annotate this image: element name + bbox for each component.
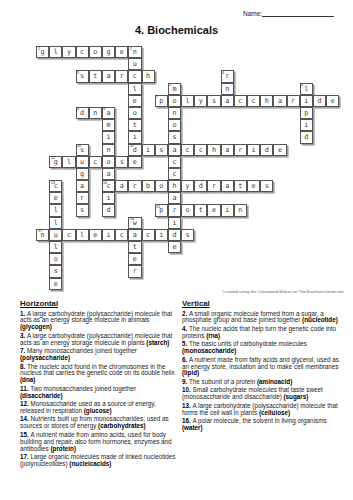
- grid-cell-r13c10[interactable]: r: [168, 204, 181, 216]
- cell-letter: e: [50, 279, 61, 289]
- grid-cell-r15c8[interactable]: c: [142, 229, 155, 241]
- grid-cell-r4c21[interactable]: d: [313, 95, 326, 107]
- name-blank-line[interactable]: [262, 9, 334, 17]
- cell-letter: c: [195, 145, 206, 155]
- grid-cell-r2c3[interactable]: 3s: [76, 70, 89, 82]
- grid-cell-r11c9[interactable]: o: [155, 180, 168, 192]
- horizontal-header: Horizontal: [20, 300, 177, 309]
- grid-cell-r15c2[interactable]: c: [62, 229, 75, 241]
- grid-cell-r11c13[interactable]: r: [207, 180, 220, 192]
- grid-cell-r6c5[interactable]: m: [102, 119, 115, 131]
- grid-cell-r7c10[interactable]: s: [168, 131, 181, 143]
- grid-cell-r13c1[interactable]: l: [49, 204, 62, 216]
- grid-cell-r5c7[interactable]: o: [128, 107, 141, 119]
- cell-letter: i: [129, 132, 140, 142]
- cell-letter: o: [103, 157, 114, 167]
- cell-letter: e: [129, 157, 140, 167]
- grid-cell-r7c7[interactable]: i: [128, 131, 141, 143]
- grid-cell-r18c1[interactable]: s: [49, 265, 62, 277]
- cell-letter: e: [274, 145, 285, 155]
- cell-letter: p: [301, 108, 312, 118]
- cell-letter: g: [77, 169, 88, 179]
- grid-cell-r9c3[interactable]: u: [76, 156, 89, 168]
- grid-cell-r8c18[interactable]: e: [273, 144, 286, 156]
- cell-letter: y: [195, 96, 206, 106]
- grid-cell-r1c7[interactable]: u: [128, 58, 141, 70]
- grid-cell-r0c7[interactable]: 2n: [128, 46, 141, 58]
- grid-cell-r2c7[interactable]: c: [128, 70, 141, 82]
- grid-cell-r15c10[interactable]: d: [168, 229, 181, 241]
- clue-8: 8. The nucleic acid found in the chromos…: [20, 364, 177, 385]
- grid-cell-r11c3[interactable]: a: [76, 180, 89, 192]
- grid-cell-r8c8[interactable]: i: [142, 144, 155, 156]
- cell-letter: l: [50, 205, 61, 215]
- grid-cell-r12c5[interactable]: i: [102, 192, 115, 204]
- grid-cell-r0c2[interactable]: y: [62, 46, 75, 58]
- vertical-header: Vertical: [182, 300, 345, 309]
- vertical-clues: Vertical 2. A small organic molecule for…: [182, 300, 345, 469]
- cell-letter: a: [169, 193, 180, 203]
- grid-cell-r5c10[interactable]: n: [168, 107, 181, 119]
- cell-letter: i: [301, 120, 312, 130]
- cell-letter: c: [182, 145, 193, 155]
- clue-lists: Horizontal 1. A large carbohydrate (poly…: [20, 300, 345, 469]
- cell-letter: u: [129, 59, 140, 69]
- grid-cell-r9c1[interactable]: 12g: [49, 156, 62, 168]
- cell-letter: d: [77, 108, 88, 118]
- cell-letter: e: [90, 230, 101, 240]
- cell-letter: u: [50, 230, 61, 240]
- cell-letter: d: [169, 230, 180, 240]
- grid-cell-r13c3[interactable]: s: [76, 204, 89, 216]
- cell-letter: o: [90, 47, 101, 57]
- grid-cell-r8c9[interactable]: s: [155, 144, 168, 156]
- cell-letter: s: [77, 71, 88, 81]
- grid-cell-r3c7[interactable]: l: [128, 83, 141, 95]
- grid-cell-r9c6[interactable]: s: [115, 156, 128, 168]
- grid-cell-r19c1[interactable]: e: [49, 278, 62, 290]
- clue-14: 14. Nutrients built up from monosacchari…: [20, 416, 177, 430]
- grid-cell-r5c3[interactable]: 8d: [76, 107, 89, 119]
- cell-letter: y: [63, 47, 74, 57]
- cell-letter: y: [182, 181, 193, 191]
- cell-letter: l: [63, 157, 74, 167]
- cell-letter: a: [129, 230, 140, 240]
- clue-15: 15. A nutrient made from amino acids, us…: [20, 432, 177, 453]
- grid-cell-r3c20[interactable]: 6l: [300, 83, 313, 95]
- cell-letter: r: [208, 181, 219, 191]
- grid-cell-r4c7[interactable]: e: [128, 95, 141, 107]
- cell-letter: p: [156, 205, 167, 215]
- cell-letter: a: [103, 169, 114, 179]
- grid-cell-r5c20[interactable]: p: [300, 107, 313, 119]
- grid-cell-r8c10[interactable]: a: [168, 144, 181, 156]
- cell-letter: i: [143, 145, 154, 155]
- cell-letter: c: [129, 71, 140, 81]
- grid-cell-r9c5[interactable]: o: [102, 156, 115, 168]
- cell-letter: g: [50, 157, 61, 167]
- grid-cell-r13c12[interactable]: t: [194, 204, 207, 216]
- cell-letter: s: [208, 96, 219, 106]
- grid-cell-r2c5[interactable]: a: [102, 70, 115, 82]
- cell-letter: r: [116, 71, 127, 81]
- cell-letter: t: [129, 120, 140, 130]
- cell-letter: l: [50, 242, 61, 252]
- cell-letter: t: [90, 71, 101, 81]
- grid-cell-r8c16[interactable]: i: [247, 144, 260, 156]
- grid-cell-r9c4[interactable]: c: [89, 156, 102, 168]
- grid-cell-r11c6[interactable]: a: [115, 180, 128, 192]
- clue-10: 10. Small carbohydrate molecules that ta…: [182, 387, 345, 401]
- grid-cell-r11c1[interactable]: 13c: [49, 180, 62, 192]
- cell-letter: i: [156, 230, 167, 240]
- grid-cell-r4c12[interactable]: y: [194, 95, 207, 107]
- cell-letter: d: [301, 132, 312, 142]
- grid-cell-r0c1[interactable]: l: [49, 46, 62, 58]
- cell-letter: i: [248, 145, 259, 155]
- cell-letter: m: [103, 120, 114, 130]
- grid-cell-r15c9[interactable]: i: [155, 229, 168, 241]
- cell-letter: l: [182, 96, 193, 106]
- cell-letter: p: [156, 96, 167, 106]
- grid-cell-r3c14[interactable]: n: [221, 83, 234, 95]
- grid-cell-r11c16[interactable]: e: [247, 180, 260, 192]
- grid-cell-r0c6[interactable]: e: [115, 46, 128, 58]
- cell-letter: s: [261, 181, 272, 191]
- clue-16: 16. A polar molecule, the solvent in liv…: [182, 418, 345, 432]
- cell-letter: s: [116, 157, 127, 167]
- cell-letter: e: [208, 205, 219, 215]
- cell-letter: l: [301, 84, 312, 94]
- grid-cell-r13c13[interactable]: e: [207, 204, 220, 216]
- grid-cell-r8c3[interactable]: 10s: [76, 144, 89, 156]
- grid-cell-r2c6[interactable]: r: [115, 70, 128, 82]
- cell-letter: h: [169, 181, 180, 191]
- cell-letter: i: [169, 218, 180, 228]
- cell-letter: o: [50, 254, 61, 264]
- cell-letter: c: [77, 47, 88, 57]
- cell-letter: s: [77, 205, 88, 215]
- grid-cell-r11c10[interactable]: h: [168, 180, 181, 192]
- grid-cell-r4c9[interactable]: 7p: [155, 95, 168, 107]
- grid-cell-r2c14[interactable]: 4r: [221, 70, 234, 82]
- cell-letter: o: [169, 96, 180, 106]
- grid-cell-r10c10[interactable]: c: [168, 168, 181, 180]
- grid-cell-r18c7[interactable]: r: [128, 265, 141, 277]
- grid-cell-r15c6[interactable]: c: [115, 229, 128, 241]
- cell-letter: o: [169, 120, 180, 130]
- cell-letter: u: [77, 157, 88, 167]
- cell-letter: e: [248, 181, 259, 191]
- grid-cell-r3c10[interactable]: 5m: [168, 83, 181, 95]
- cell-letter: c: [90, 157, 101, 167]
- cell-letter: d: [261, 145, 272, 155]
- cell-letter: c: [103, 181, 114, 191]
- grid-cell-r0c3[interactable]: c: [76, 46, 89, 58]
- clue-17: 17. Large organic molecules made of link…: [20, 454, 177, 468]
- cell-letter: r: [222, 71, 233, 81]
- cell-letter: c: [116, 230, 127, 240]
- cell-letter: i: [301, 96, 312, 106]
- grid-cell-r9c2[interactable]: l: [62, 156, 75, 168]
- cell-letter: s: [182, 230, 193, 240]
- grid-cell-r0c0[interactable]: 1g: [36, 46, 49, 58]
- grid-cell-r5c4[interactable]: n: [89, 107, 102, 119]
- cell-letter: n: [129, 47, 140, 57]
- grid-cell-r11c11[interactable]: y: [181, 180, 194, 192]
- grid-cell-r13c15[interactable]: n: [234, 204, 247, 216]
- grid-cell-r15c1[interactable]: u: [49, 229, 62, 241]
- grid-cell-r4c15[interactable]: c: [234, 95, 247, 107]
- clue-11: 11. Two monosaccharides joined together …: [20, 386, 177, 400]
- grid-cell-r15c3[interactable]: l: [76, 229, 89, 241]
- cell-letter: n: [222, 84, 233, 94]
- cell-letter: d: [103, 205, 114, 215]
- cell-letter: l: [50, 47, 61, 57]
- cell-letter: i: [103, 132, 114, 142]
- grid-cell-r2c4[interactable]: t: [89, 70, 102, 82]
- cell-letter: h: [208, 145, 219, 155]
- cell-letter: n: [103, 145, 114, 155]
- clue-6: 6. A nutrient made from fatty acids and …: [182, 357, 345, 378]
- cell-letter: s: [169, 132, 180, 142]
- cell-letter: o: [129, 108, 140, 118]
- grid-cell-r10c3[interactable]: g: [76, 168, 89, 180]
- grid-cell-r8c12[interactable]: c: [194, 144, 207, 156]
- grid-cell-r8c14[interactable]: a: [221, 144, 234, 156]
- grid-cell-r6c7[interactable]: t: [128, 119, 141, 131]
- cell-letter: n: [37, 230, 48, 240]
- cell-letter: c: [235, 96, 246, 106]
- cell-letter: r: [288, 96, 299, 106]
- cell-letter: n: [169, 108, 180, 118]
- cell-letter: t: [235, 181, 246, 191]
- cell-letter: d: [314, 96, 325, 106]
- cell-letter: d: [195, 181, 206, 191]
- cell-letter: a: [103, 108, 114, 118]
- credit-line: Created using the Crossword Maker on The…: [223, 289, 344, 293]
- cell-letter: e: [169, 242, 180, 252]
- cell-letter: a: [169, 145, 180, 155]
- name-label: Name:: [243, 10, 262, 17]
- cell-letter: e: [129, 96, 140, 106]
- vertical-clue-list: 2. A small organic molecule formed from …: [182, 311, 345, 432]
- cell-letter: d: [129, 145, 140, 155]
- cell-letter: e: [50, 193, 61, 203]
- grid-cell-r12c3[interactable]: r: [76, 192, 89, 204]
- grid-cell-r16c7[interactable]: t: [128, 241, 141, 253]
- grid-cell-r4c13[interactable]: s: [207, 95, 220, 107]
- cell-letter: e: [116, 47, 127, 57]
- grid-cell-r8c13[interactable]: h: [207, 144, 220, 156]
- cell-letter: r: [77, 193, 88, 203]
- cell-letter: c: [143, 230, 154, 240]
- clue-2: 2. A small organic molecule formed from …: [182, 311, 345, 325]
- cell-letter: s: [77, 145, 88, 155]
- cell-letter: a: [222, 145, 233, 155]
- cell-letter: a: [222, 181, 233, 191]
- grid-cell-r8c15[interactable]: r: [234, 144, 247, 156]
- grid-cell-r4c11[interactable]: l: [181, 95, 194, 107]
- grid-cell-r4c19[interactable]: r: [287, 95, 300, 107]
- grid-cell-r9c7[interactable]: e: [128, 156, 141, 168]
- grid-cell-r7c5[interactable]: i: [102, 131, 115, 143]
- grid-cell-r13c14[interactable]: i: [221, 204, 234, 216]
- clue-4: 4. The nucleic acids that help turn the …: [182, 326, 345, 340]
- cell-letter: a: [222, 96, 233, 106]
- cell-letter: g: [103, 47, 114, 57]
- cell-letter: m: [169, 84, 180, 94]
- cell-letter: c: [63, 230, 74, 240]
- cell-letter: n: [235, 205, 246, 215]
- cell-letter: c: [50, 181, 61, 191]
- grid-cell-r16c1[interactable]: l: [49, 241, 62, 253]
- grid-cell-r9c10[interactable]: c: [168, 156, 181, 168]
- cell-letter: n: [90, 108, 101, 118]
- grid-cell-r12c10[interactable]: a: [168, 192, 181, 204]
- grid-cell-r15c4[interactable]: e: [89, 229, 102, 241]
- cell-letter: o: [156, 181, 167, 191]
- clue-12: 12. Monosaccharide used as a source of e…: [20, 401, 177, 415]
- cell-letter: s: [50, 266, 61, 276]
- cell-letter: a: [274, 96, 285, 106]
- grid-cell-r11c15[interactable]: t: [234, 180, 247, 192]
- cell-letter: i: [222, 205, 233, 215]
- grid-cell-r0c5[interactable]: g: [102, 46, 115, 58]
- cell-letter: e: [129, 254, 140, 264]
- grid-cell-r15c0[interactable]: 17n: [36, 229, 49, 241]
- crossword-grid: 1glycoge2nu3starch4rl5mn6le7polysacchari…: [36, 46, 339, 290]
- grid-cell-r4c17[interactable]: h: [260, 95, 273, 107]
- clue-3: 3. A large carbohydrate (polysaccharide)…: [20, 333, 177, 347]
- cell-letter: t: [195, 205, 206, 215]
- grid-cell-r11c14[interactable]: a: [221, 180, 234, 192]
- grid-cell-r15c11[interactable]: s: [181, 229, 194, 241]
- cell-letter: a: [103, 71, 114, 81]
- cell-letter: h: [261, 96, 272, 106]
- grid-cell-r0c4[interactable]: o: [89, 46, 102, 58]
- grid-cell-r13c9[interactable]: 15p: [155, 204, 168, 216]
- grid-cell-r7c20[interactable]: d: [300, 131, 313, 143]
- cell-letter: g: [37, 47, 48, 57]
- cell-letter: a: [77, 181, 88, 191]
- grid-cell-r4c22[interactable]: e: [326, 95, 339, 107]
- grid-cell-r14c10[interactable]: i: [168, 217, 181, 229]
- worksheet-page: Name: 4. Biochemicals 1glycoge2nu3starch…: [0, 0, 353, 500]
- grid-cell-r8c5[interactable]: n: [102, 144, 115, 156]
- cell-letter: b: [143, 181, 154, 191]
- clue-5: 5. The basic units of carbohydrate molec…: [182, 341, 345, 355]
- page-title: 4. Biochemicals: [0, 24, 353, 36]
- cell-letter: l: [77, 230, 88, 240]
- grid-cell-r8c7[interactable]: 11d: [128, 144, 141, 156]
- grid-cell-r14c1[interactable]: l: [49, 217, 62, 229]
- grid-cell-r10c5[interactable]: a: [102, 168, 115, 180]
- grid-cell-r17c1[interactable]: o: [49, 253, 62, 265]
- grid-cell-r11c12[interactable]: d: [194, 180, 207, 192]
- grid-cell-r15c7[interactable]: a: [128, 229, 141, 241]
- grid-cell-r5c5[interactable]: 9a: [102, 107, 115, 119]
- clue-1: 1. A large carbohydrate (polysaccharide)…: [20, 311, 177, 332]
- grid-cell-r16c10[interactable]: e: [168, 241, 181, 253]
- cell-letter: w: [129, 218, 140, 228]
- cell-letter: r: [129, 181, 140, 191]
- clue-13: 13. A large carbohydrate (polysaccharide…: [182, 403, 345, 417]
- grid-cell-r6c10[interactable]: o: [168, 119, 181, 131]
- cell-letter: t: [129, 242, 140, 252]
- cell-letter: s: [156, 145, 167, 155]
- grid-cell-r2c8[interactable]: h: [142, 70, 155, 82]
- grid-cell-r4c18[interactable]: a: [273, 95, 286, 107]
- cell-letter: c: [248, 96, 259, 106]
- grid-cell-r4c20[interactable]: i: [300, 95, 313, 107]
- horizontal-clues: Horizontal 1. A large carbohydrate (poly…: [20, 300, 177, 469]
- cell-letter: i: [103, 193, 114, 203]
- grid-cell-r17c7[interactable]: e: [128, 253, 141, 265]
- cell-letter: c: [169, 169, 180, 179]
- grid-cell-r15c5[interactable]: i: [102, 229, 115, 241]
- grid-cell-r14c7[interactable]: 16w: [128, 217, 141, 229]
- cell-letter: i: [103, 230, 114, 240]
- grid-cell-r13c11[interactable]: o: [181, 204, 194, 216]
- name-field: Name:: [243, 9, 334, 17]
- grid-cell-r13c5[interactable]: d: [102, 204, 115, 216]
- cell-letter: l: [50, 218, 61, 228]
- grid-cell-r8c11[interactable]: c: [181, 144, 194, 156]
- grid-cell-r8c17[interactable]: d: [260, 144, 273, 156]
- cell-letter: r: [129, 266, 140, 276]
- clue-7: 7. Many monosaccharides joined together …: [20, 348, 177, 362]
- grid-cell-r4c16[interactable]: c: [247, 95, 260, 107]
- grid-cell-r6c20[interactable]: i: [300, 119, 313, 131]
- grid-cell-r12c1[interactable]: e: [49, 192, 62, 204]
- cell-letter: r: [235, 145, 246, 155]
- grid-cell-r11c17[interactable]: s: [260, 180, 273, 192]
- grid-cell-r11c7[interactable]: r: [128, 180, 141, 192]
- clue-9: 9. The subunit of a protein (aminoacid): [182, 379, 345, 386]
- cell-letter: h: [143, 71, 154, 81]
- cell-letter: l: [129, 84, 140, 94]
- grid-cell-r4c10[interactable]: o: [168, 95, 181, 107]
- cell-letter: o: [182, 205, 193, 215]
- grid-cell-r4c14[interactable]: a: [221, 95, 234, 107]
- cell-letter: c: [169, 157, 180, 167]
- cell-letter: a: [116, 181, 127, 191]
- grid-cell-r11c5[interactable]: 14c: [102, 180, 115, 192]
- grid-cell-r11c8[interactable]: b: [142, 180, 155, 192]
- cell-letter: e: [327, 96, 338, 106]
- horizontal-clue-list: 1. A large carbohydrate (polysaccharide)…: [20, 311, 177, 468]
- cell-letter: r: [169, 205, 180, 215]
